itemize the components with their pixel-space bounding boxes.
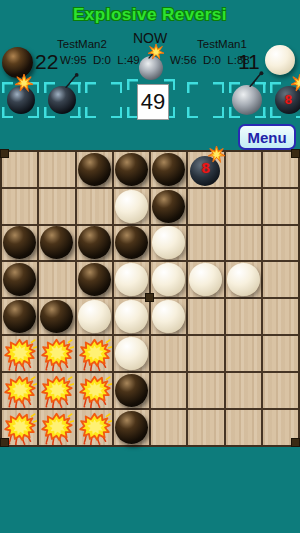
board-cell[interactable] bbox=[188, 262, 223, 297]
board-cell[interactable] bbox=[77, 299, 112, 334]
board-corner-marker bbox=[0, 149, 9, 158]
gray-fused-bomb bbox=[232, 85, 262, 115]
board-cell[interactable] bbox=[188, 226, 223, 261]
bomb-fuse-icon bbox=[147, 50, 157, 60]
white-stone bbox=[227, 263, 260, 296]
black-stone bbox=[78, 226, 111, 259]
board-cell[interactable] bbox=[188, 299, 223, 334]
board-cell[interactable] bbox=[2, 336, 37, 371]
bomb-fuse-icon bbox=[63, 72, 81, 89]
board-cell[interactable] bbox=[77, 373, 112, 408]
menu-button[interactable]: Menu bbox=[238, 124, 296, 150]
board-cell[interactable] bbox=[39, 226, 74, 261]
white-stone bbox=[115, 263, 148, 296]
board-cell[interactable] bbox=[114, 373, 149, 408]
white-player-name: TestMan1 bbox=[197, 38, 247, 50]
board-corner-marker bbox=[291, 438, 300, 447]
black-stone bbox=[152, 153, 185, 186]
now-label: NOW bbox=[130, 30, 170, 46]
black-stone bbox=[78, 263, 111, 296]
board-cell[interactable] bbox=[226, 410, 261, 445]
board-cell[interactable] bbox=[151, 189, 186, 224]
black-stone bbox=[3, 226, 36, 259]
timer-bomb: 8 bbox=[275, 86, 301, 114]
board-cell[interactable] bbox=[114, 410, 149, 445]
board-cell[interactable] bbox=[39, 262, 74, 297]
board-cell[interactable] bbox=[188, 336, 223, 371]
black-player-stone-icon bbox=[2, 47, 33, 78]
board-cell[interactable] bbox=[263, 262, 298, 297]
white-player-stone-icon bbox=[265, 45, 295, 75]
board-cell[interactable] bbox=[77, 226, 112, 261]
board-cell[interactable] bbox=[77, 262, 112, 297]
white-stone bbox=[152, 300, 185, 333]
fused-bomb bbox=[48, 86, 76, 114]
board-cell[interactable] bbox=[2, 189, 37, 224]
black-stone bbox=[40, 300, 73, 333]
board-cell[interactable] bbox=[151, 336, 186, 371]
white-stone bbox=[189, 263, 222, 296]
explosion-icon bbox=[39, 373, 74, 408]
board-cell[interactable] bbox=[226, 226, 261, 261]
black-stone bbox=[152, 190, 185, 223]
board-cell[interactable] bbox=[114, 189, 149, 224]
black-stone bbox=[115, 374, 148, 407]
board-cell[interactable] bbox=[77, 336, 112, 371]
explosion-icon bbox=[77, 336, 112, 371]
black-player-name: TestMan2 bbox=[57, 38, 107, 50]
black-stone bbox=[115, 226, 148, 259]
board-cell[interactable] bbox=[151, 373, 186, 408]
black-score: 22 bbox=[35, 50, 58, 74]
explosion-icon bbox=[2, 336, 37, 371]
board-cell[interactable] bbox=[151, 152, 186, 187]
board-cell[interactable] bbox=[263, 299, 298, 334]
board-cell[interactable] bbox=[39, 299, 74, 334]
explosion-icon bbox=[39, 410, 74, 445]
white-stone bbox=[115, 300, 148, 333]
turn-bomb bbox=[139, 56, 163, 80]
white-stone bbox=[152, 263, 185, 296]
board-cell[interactable] bbox=[226, 336, 261, 371]
board-cell[interactable] bbox=[77, 189, 112, 224]
board-cell[interactable] bbox=[151, 262, 186, 297]
board-cell[interactable] bbox=[114, 262, 149, 297]
black-stone bbox=[115, 153, 148, 186]
board-cell[interactable] bbox=[77, 152, 112, 187]
white-stone bbox=[152, 226, 185, 259]
board-cell[interactable] bbox=[2, 373, 37, 408]
board-cell[interactable] bbox=[39, 189, 74, 224]
black-stone bbox=[3, 300, 36, 333]
explosion-spark-icon bbox=[148, 44, 164, 60]
board-cell[interactable] bbox=[2, 299, 37, 334]
board-cell[interactable] bbox=[114, 226, 149, 261]
board-cell[interactable] bbox=[114, 152, 149, 187]
white-stone bbox=[115, 337, 148, 370]
black-stone bbox=[115, 411, 148, 444]
board-cell[interactable] bbox=[226, 189, 261, 224]
app-title: Explosive Reversi bbox=[0, 5, 300, 25]
explosion-icon bbox=[39, 336, 74, 371]
board-corner-marker bbox=[291, 149, 300, 158]
explosion-icon bbox=[77, 373, 112, 408]
white-stone bbox=[78, 300, 111, 333]
bomb-slot[interactable] bbox=[229, 82, 266, 118]
board-center-marker bbox=[145, 293, 154, 302]
board-cell[interactable] bbox=[226, 262, 261, 297]
board-cell[interactable] bbox=[114, 336, 149, 371]
board-cell[interactable] bbox=[188, 189, 223, 224]
board-cell[interactable] bbox=[263, 336, 298, 371]
black-stone bbox=[40, 226, 73, 259]
board-cell[interactable] bbox=[226, 152, 261, 187]
board-cell[interactable] bbox=[151, 299, 186, 334]
move-counter: 49 bbox=[137, 84, 169, 120]
board-cell[interactable] bbox=[151, 410, 186, 445]
board-cell[interactable] bbox=[263, 226, 298, 261]
bomb-countdown-digit: 8 bbox=[275, 86, 301, 114]
white-score: 11 bbox=[238, 50, 260, 74]
board-cell[interactable]: 8 bbox=[188, 152, 223, 187]
board-cell[interactable] bbox=[263, 373, 298, 408]
app-window: Explosive Reversi NOW 22 TestMan2 W:95 D… bbox=[0, 0, 300, 533]
board-cell[interactable] bbox=[188, 410, 223, 445]
white-stone bbox=[115, 190, 148, 223]
board-cell[interactable] bbox=[2, 262, 37, 297]
bomb-slot[interactable] bbox=[187, 82, 224, 118]
board-cell[interactable] bbox=[263, 189, 298, 224]
board-cell[interactable] bbox=[114, 299, 149, 334]
bomb-countdown-digit: 8 bbox=[189, 153, 222, 186]
bomb-slot[interactable]: 8 bbox=[270, 82, 300, 118]
black-stone bbox=[78, 153, 111, 186]
timer-bomb: 8 bbox=[189, 153, 222, 186]
board-cell[interactable] bbox=[39, 336, 74, 371]
black-player-record: W:95 D:0 L:49 bbox=[60, 54, 140, 66]
board-cell[interactable] bbox=[2, 226, 37, 261]
board-cell[interactable] bbox=[226, 373, 261, 408]
board-cell[interactable] bbox=[226, 299, 261, 334]
board-cell[interactable] bbox=[39, 373, 74, 408]
board-cell[interactable] bbox=[151, 226, 186, 261]
explosion-icon bbox=[2, 373, 37, 408]
bomb-slot[interactable] bbox=[2, 82, 39, 118]
board-corner-marker bbox=[0, 438, 9, 447]
explosion-icon bbox=[77, 410, 112, 445]
board-cell[interactable] bbox=[77, 410, 112, 445]
black-stone bbox=[3, 263, 36, 296]
board-cell[interactable] bbox=[188, 373, 223, 408]
board-cell[interactable] bbox=[39, 152, 74, 187]
bomb-slot[interactable] bbox=[85, 82, 122, 118]
bomb-slot[interactable] bbox=[44, 82, 81, 118]
lit-bomb bbox=[7, 86, 35, 114]
board-cell[interactable] bbox=[39, 410, 74, 445]
